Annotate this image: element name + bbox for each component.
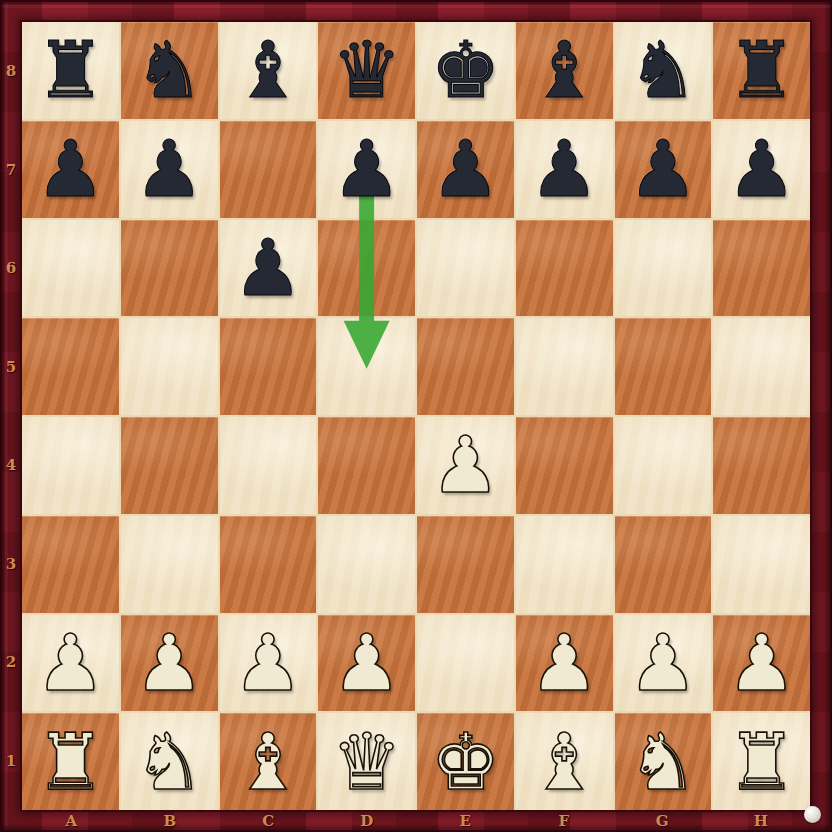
rank-label-8: 8: [0, 22, 22, 121]
square-a3[interactable]: [22, 516, 119, 613]
piece-black-bishop-f8[interactable]: ♝: [516, 22, 613, 119]
square-d5[interactable]: [318, 318, 415, 415]
square-a1[interactable]: ♜: [22, 713, 119, 810]
square-g7[interactable]: ♟: [615, 121, 712, 218]
piece-black-pawn-b7[interactable]: ♟: [121, 121, 218, 218]
piece-white-pawn-e4[interactable]: ♟: [417, 417, 514, 514]
square-d6[interactable]: [318, 220, 415, 317]
piece-white-pawn-f2[interactable]: ♟: [516, 615, 613, 712]
square-c1[interactable]: ♝: [220, 713, 317, 810]
square-b8[interactable]: ♞: [121, 22, 218, 119]
square-b6[interactable]: [121, 220, 218, 317]
square-e3[interactable]: [417, 516, 514, 613]
square-e6[interactable]: [417, 220, 514, 317]
chess-board-window: 87654321 ABCDEFGH ♜♞♝♛♚♝♞♜♟♟♟♟♟♟♟♟♟♟♟♟♟♟…: [0, 0, 832, 832]
square-h3[interactable]: [713, 516, 810, 613]
square-b2[interactable]: ♟: [121, 615, 218, 712]
square-c4[interactable]: [220, 417, 317, 514]
file-label-c: C: [219, 810, 318, 832]
square-a4[interactable]: [22, 417, 119, 514]
piece-black-rook-a8[interactable]: ♜: [22, 22, 119, 119]
square-f1[interactable]: ♝: [516, 713, 613, 810]
square-b5[interactable]: [121, 318, 218, 415]
chess-board: ♜♞♝♛♚♝♞♜♟♟♟♟♟♟♟♟♟♟♟♟♟♟♟♟♜♞♝♛♚♝♞♜: [22, 22, 810, 810]
piece-white-pawn-d2[interactable]: ♟: [318, 615, 415, 712]
square-h6[interactable]: [713, 220, 810, 317]
file-label-a: A: [22, 810, 121, 832]
square-a5[interactable]: [22, 318, 119, 415]
square-c8[interactable]: ♝: [220, 22, 317, 119]
square-c7[interactable]: [220, 121, 317, 218]
square-g5[interactable]: [615, 318, 712, 415]
file-label-d: D: [318, 810, 417, 832]
square-h8[interactable]: ♜: [713, 22, 810, 119]
square-e8[interactable]: ♚: [417, 22, 514, 119]
square-a8[interactable]: ♜: [22, 22, 119, 119]
side-to-move-indicator: [804, 806, 821, 823]
piece-black-knight-g8[interactable]: ♞: [615, 22, 712, 119]
square-a7[interactable]: ♟: [22, 121, 119, 218]
square-c6[interactable]: ♟: [220, 220, 317, 317]
piece-black-rook-h8[interactable]: ♜: [713, 22, 810, 119]
square-d1[interactable]: ♛: [318, 713, 415, 810]
piece-white-pawn-g2[interactable]: ♟: [615, 615, 712, 712]
rank-label-7: 7: [0, 121, 22, 220]
square-h7[interactable]: ♟: [713, 121, 810, 218]
square-d4[interactable]: [318, 417, 415, 514]
square-f4[interactable]: [516, 417, 613, 514]
square-e2[interactable]: [417, 615, 514, 712]
piece-white-rook-a1[interactable]: ♜: [22, 713, 119, 810]
rank-label-6: 6: [0, 219, 22, 318]
square-g2[interactable]: ♟: [615, 615, 712, 712]
square-g6[interactable]: [615, 220, 712, 317]
square-f6[interactable]: [516, 220, 613, 317]
piece-white-pawn-b2[interactable]: ♟: [121, 615, 218, 712]
square-e7[interactable]: ♟: [417, 121, 514, 218]
square-f5[interactable]: [516, 318, 613, 415]
square-f3[interactable]: [516, 516, 613, 613]
piece-white-knight-b1[interactable]: ♞: [121, 713, 218, 810]
square-e5[interactable]: [417, 318, 514, 415]
square-g4[interactable]: [615, 417, 712, 514]
file-label-g: G: [613, 810, 712, 832]
piece-black-bishop-c8[interactable]: ♝: [220, 22, 317, 119]
piece-black-pawn-a7[interactable]: ♟: [22, 121, 119, 218]
piece-black-pawn-d7[interactable]: ♟: [318, 121, 415, 218]
square-d7[interactable]: ♟: [318, 121, 415, 218]
piece-white-pawn-a2[interactable]: ♟: [22, 615, 119, 712]
piece-black-pawn-g7[interactable]: ♟: [615, 121, 712, 218]
piece-white-bishop-f1[interactable]: ♝: [516, 713, 613, 810]
file-labels: ABCDEFGH: [22, 810, 810, 832]
square-a2[interactable]: ♟: [22, 615, 119, 712]
square-f2[interactable]: ♟: [516, 615, 613, 712]
piece-white-pawn-h2[interactable]: ♟: [713, 615, 810, 712]
square-h5[interactable]: [713, 318, 810, 415]
square-g1[interactable]: ♞: [615, 713, 712, 810]
square-f7[interactable]: ♟: [516, 121, 613, 218]
piece-white-king-e1[interactable]: ♚: [417, 713, 514, 810]
square-a6[interactable]: [22, 220, 119, 317]
square-e4[interactable]: ♟: [417, 417, 514, 514]
square-g3[interactable]: [615, 516, 712, 613]
piece-black-pawn-f7[interactable]: ♟: [516, 121, 613, 218]
piece-white-queen-d1[interactable]: ♛: [318, 713, 415, 810]
square-d2[interactable]: ♟: [318, 615, 415, 712]
square-h2[interactable]: ♟: [713, 615, 810, 712]
piece-white-pawn-c2[interactable]: ♟: [220, 615, 317, 712]
square-d3[interactable]: [318, 516, 415, 613]
square-h1[interactable]: ♜: [713, 713, 810, 810]
rank-label-5: 5: [0, 318, 22, 417]
square-f8[interactable]: ♝: [516, 22, 613, 119]
square-b3[interactable]: [121, 516, 218, 613]
file-label-e: E: [416, 810, 515, 832]
file-label-h: H: [712, 810, 811, 832]
square-h4[interactable]: [713, 417, 810, 514]
rank-label-4: 4: [0, 416, 22, 515]
rank-labels: 87654321: [0, 22, 22, 810]
piece-white-knight-g1[interactable]: ♞: [615, 713, 712, 810]
square-d8[interactable]: ♛: [318, 22, 415, 119]
rank-label-3: 3: [0, 515, 22, 614]
piece-white-rook-h1[interactable]: ♜: [713, 713, 810, 810]
rank-label-2: 2: [0, 613, 22, 712]
square-c5[interactable]: [220, 318, 317, 415]
square-b4[interactable]: [121, 417, 218, 514]
square-b7[interactable]: ♟: [121, 121, 218, 218]
square-c3[interactable]: [220, 516, 317, 613]
piece-black-pawn-e7[interactable]: ♟: [417, 121, 514, 218]
square-b1[interactable]: ♞: [121, 713, 218, 810]
piece-black-pawn-c6[interactable]: ♟: [220, 220, 317, 317]
square-c2[interactable]: ♟: [220, 615, 317, 712]
square-g8[interactable]: ♞: [615, 22, 712, 119]
rank-label-1: 1: [0, 712, 22, 811]
piece-black-pawn-h7[interactable]: ♟: [713, 121, 810, 218]
piece-white-bishop-c1[interactable]: ♝: [220, 713, 317, 810]
piece-black-king-e8[interactable]: ♚: [417, 22, 514, 119]
square-e1[interactable]: ♚: [417, 713, 514, 810]
file-label-b: B: [121, 810, 220, 832]
file-label-f: F: [515, 810, 614, 832]
piece-black-knight-b8[interactable]: ♞: [121, 22, 218, 119]
piece-black-queen-d8[interactable]: ♛: [318, 22, 415, 119]
